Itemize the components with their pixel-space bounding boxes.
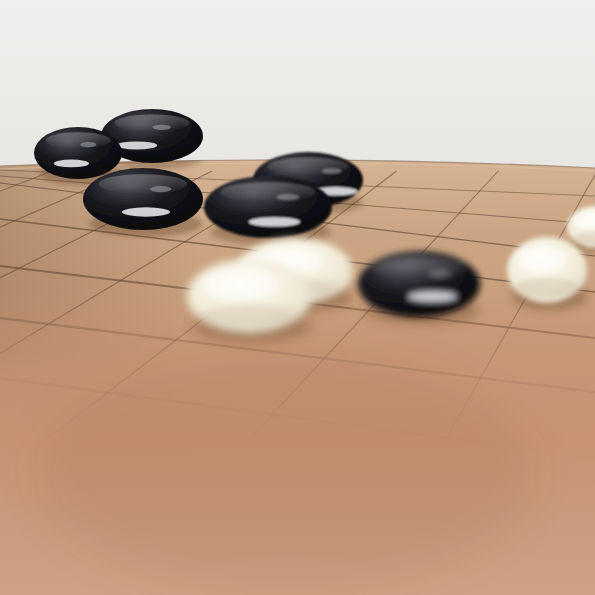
- goban-photo-canvas: [0, 0, 595, 595]
- stone-specular-streak: [408, 292, 457, 302]
- stone-top-light: [203, 269, 280, 300]
- stone-top-sheen: [374, 258, 464, 279]
- stone-glare-dot: [429, 270, 451, 277]
- stone-glare-dot: [150, 186, 172, 192]
- stone-top-sheen: [221, 182, 316, 202]
- stone-glare-dot: [153, 125, 171, 130]
- stone-top-sheen: [99, 174, 188, 194]
- stone-white-2: [507, 237, 587, 303]
- stone-glare-dot: [80, 142, 96, 147]
- stone-black-5: [204, 176, 332, 238]
- stone-specular-streak: [122, 207, 170, 216]
- stone-under-shade: [201, 304, 298, 326]
- stone-under-shade: [516, 277, 578, 297]
- stone-black-2: [34, 127, 122, 179]
- stone-glare-dot: [276, 194, 299, 200]
- stone-glare-dot: [322, 168, 342, 174]
- stone-top-sheen: [45, 132, 110, 149]
- stone-black-4: [83, 168, 203, 230]
- stone-black-6: [358, 251, 480, 317]
- stone-top-light: [517, 246, 567, 274]
- stone-top-sheen: [114, 114, 189, 131]
- go-board-photo: [0, 0, 595, 595]
- foreground-soft-shadow: [35, 352, 535, 592]
- stone-white-4: [187, 259, 311, 333]
- stone-specular-streak: [54, 160, 89, 168]
- stone-specular-streak: [116, 141, 157, 149]
- stone-specular-streak: [249, 217, 300, 226]
